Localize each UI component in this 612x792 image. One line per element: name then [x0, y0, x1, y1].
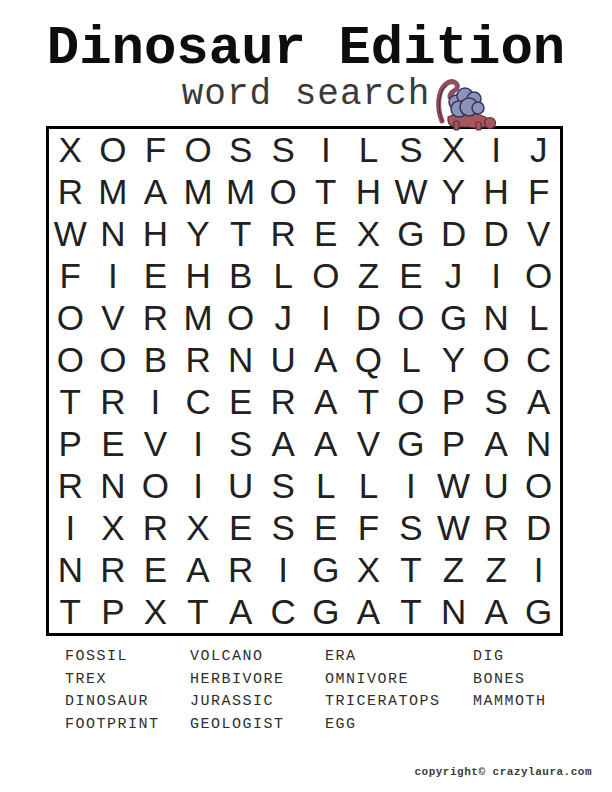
grid-cell-r7c11[interactable]: S: [475, 381, 518, 423]
grid-cell-r12c2[interactable]: P: [92, 591, 135, 633]
grid-cell-r1c11[interactable]: I: [475, 129, 518, 171]
grid-cell-r3c3[interactable]: H: [134, 213, 177, 255]
grid-cell-r2c2[interactable]: M: [92, 171, 135, 213]
grid-cell-r5c12[interactable]: L: [517, 297, 560, 339]
grid-cell-r6c12[interactable]: C: [517, 339, 560, 381]
grid-cell-r5c7[interactable]: I: [304, 297, 347, 339]
grid-cell-r1c2[interactable]: O: [92, 129, 135, 171]
grid-cell-r1c6[interactable]: S: [262, 129, 305, 171]
grid-cell-r5c1[interactable]: O: [49, 297, 92, 339]
grid-cell-r7c3[interactable]: I: [134, 381, 177, 423]
grid-cell-r9c2[interactable]: N: [92, 465, 135, 507]
grid-cell-r4c6[interactable]: L: [262, 255, 305, 297]
copyright-text: copyright© crazylaura.com: [414, 766, 592, 778]
word-item: EGG: [325, 714, 473, 737]
grid-cell-r1c4[interactable]: O: [177, 129, 220, 171]
grid-cell-r9c9[interactable]: I: [390, 465, 433, 507]
grid-cell-r5c5[interactable]: O: [219, 297, 262, 339]
grid-cell-r12c7[interactable]: G: [304, 591, 347, 633]
grid-cell-r10c10[interactable]: W: [432, 507, 475, 549]
grid-cell-r3c7[interactable]: E: [304, 213, 347, 255]
grid-cell-r5c9[interactable]: O: [390, 297, 433, 339]
grid-cell-r11c9[interactable]: T: [390, 549, 433, 591]
word-item: GEOLOGIST: [190, 714, 325, 737]
grid-cell-r7c7[interactable]: A: [304, 381, 347, 423]
word-item: DINOSAUR: [65, 691, 190, 714]
grid-cell-r1c1[interactable]: X: [49, 129, 92, 171]
grid-cell-r10c3[interactable]: R: [134, 507, 177, 549]
grid-cell-r9c4[interactable]: I: [177, 465, 220, 507]
grid-cell-r4c8[interactable]: Z: [347, 255, 390, 297]
grid-cell-r4c4[interactable]: H: [177, 255, 220, 297]
grid-cell-r5c3[interactable]: R: [134, 297, 177, 339]
grid-cell-r2c10[interactable]: Y: [432, 171, 475, 213]
grid-cell-r8c11[interactable]: A: [475, 423, 518, 465]
grid-cell-r2c9[interactable]: W: [390, 171, 433, 213]
grid-cell-r4c11[interactable]: I: [475, 255, 518, 297]
grid-cell-r2c12[interactable]: F: [517, 171, 560, 213]
grid-cell-r8c6[interactable]: A: [262, 423, 305, 465]
grid-cell-r11c1[interactable]: N: [49, 549, 92, 591]
grid-cell-r6c2[interactable]: O: [92, 339, 135, 381]
grid-cell-r11c4[interactable]: A: [177, 549, 220, 591]
grid-cell-r2c4[interactable]: M: [177, 171, 220, 213]
word-item: TREX: [65, 669, 190, 692]
grid-cell-r2c3[interactable]: A: [134, 171, 177, 213]
word-list-column-3: ERAOMNIVORETRICERATOPSEGG: [325, 646, 473, 736]
page-subtitle: word search: [0, 74, 612, 115]
grid-cell-r9c3[interactable]: O: [134, 465, 177, 507]
grid-cell-r10c2[interactable]: X: [92, 507, 135, 549]
grid-cell-r11c10[interactable]: Z: [432, 549, 475, 591]
grid-cell-r4c5[interactable]: B: [219, 255, 262, 297]
grid-cell-r8c4[interactable]: I: [177, 423, 220, 465]
page-title: Dinosaur Edition: [0, 18, 612, 79]
grid-cell-r6c7[interactable]: A: [304, 339, 347, 381]
grid-cell-r3c5[interactable]: T: [219, 213, 262, 255]
grid-cell-r4c1[interactable]: F: [49, 255, 92, 297]
grid-cell-r8c5[interactable]: S: [219, 423, 262, 465]
grid-cell-r10c5[interactable]: E: [219, 507, 262, 549]
grid-cell-r11c7[interactable]: G: [304, 549, 347, 591]
grid-cell-r7c9[interactable]: O: [390, 381, 433, 423]
grid-cell-r6c6[interactable]: U: [262, 339, 305, 381]
grid-cell-r1c7[interactable]: I: [304, 129, 347, 171]
grid-cell-r2c5[interactable]: M: [219, 171, 262, 213]
grid-cell-r3c11[interactable]: D: [475, 213, 518, 255]
grid-cell-r8c8[interactable]: V: [347, 423, 390, 465]
grid-cell-r8c12[interactable]: N: [517, 423, 560, 465]
grid-cell-r3c10[interactable]: D: [432, 213, 475, 255]
word-item: TRICERATOPS: [325, 691, 473, 714]
grid-cell-r2c8[interactable]: H: [347, 171, 390, 213]
grid-cell-r9c11[interactable]: U: [475, 465, 518, 507]
word-item: ERA: [325, 646, 473, 669]
grid-cell-r6c4[interactable]: R: [177, 339, 220, 381]
word-item: DIG: [473, 646, 547, 669]
word-list: FOSSILTREXDINOSAURFOOTPRINTVOLCANOHERBIV…: [65, 646, 547, 736]
grid-cell-r1c10[interactable]: X: [432, 129, 475, 171]
word-search-grid: XOFOSSILSXIJRMAMMOTHWYHFWNHYTREXGDDVFIEH…: [46, 126, 563, 636]
grid-cell-r5c10[interactable]: G: [432, 297, 475, 339]
grid-cell-r1c3[interactable]: F: [134, 129, 177, 171]
word-item: VOLCANO: [190, 646, 325, 669]
grid-cell-r1c12[interactable]: J: [517, 129, 560, 171]
grid-cell-r10c9[interactable]: S: [390, 507, 433, 549]
grid-cell-r8c3[interactable]: V: [134, 423, 177, 465]
grid-cell-r5c6[interactable]: J: [262, 297, 305, 339]
grid-cell-r11c6[interactable]: I: [262, 549, 305, 591]
grid-cell-r9c12[interactable]: O: [517, 465, 560, 507]
word-item: HERBIVORE: [190, 669, 325, 692]
grid-cell-r7c12[interactable]: A: [517, 381, 560, 423]
grid-cell-r10c6[interactable]: S: [262, 507, 305, 549]
grid-cell-r12c8[interactable]: A: [347, 591, 390, 633]
grid-cell-r5c4[interactable]: M: [177, 297, 220, 339]
grid-cell-r8c9[interactable]: G: [390, 423, 433, 465]
grid-cell-r10c11[interactable]: R: [475, 507, 518, 549]
grid-cell-r10c1[interactable]: I: [49, 507, 92, 549]
grid-cell-r11c12[interactable]: I: [517, 549, 560, 591]
grid-cell-r7c4[interactable]: C: [177, 381, 220, 423]
word-item: JURASSIC: [190, 691, 325, 714]
grid-cell-r5c2[interactable]: V: [92, 297, 135, 339]
grid-cell-r6c11[interactable]: O: [475, 339, 518, 381]
grid-cell-r6c3[interactable]: B: [134, 339, 177, 381]
grid-cell-r5c11[interactable]: N: [475, 297, 518, 339]
word-item: FOSSIL: [65, 646, 190, 669]
grid-cell-r9c6[interactable]: S: [262, 465, 305, 507]
grid-cell-r11c8[interactable]: X: [347, 549, 390, 591]
grid-cell-r11c11[interactable]: Z: [475, 549, 518, 591]
grid-cell-r12c3[interactable]: X: [134, 591, 177, 633]
grid-cell-r2c7[interactable]: T: [304, 171, 347, 213]
grid-cell-r11c5[interactable]: R: [219, 549, 262, 591]
grid-cell-r3c9[interactable]: G: [390, 213, 433, 255]
grid-cell-r6c9[interactable]: L: [390, 339, 433, 381]
grid-cell-r7c1[interactable]: T: [49, 381, 92, 423]
word-item: FOOTPRINT: [65, 714, 190, 737]
dinosaur-icon: [426, 77, 498, 131]
grid-cell-r9c8[interactable]: L: [347, 465, 390, 507]
grid-cell-r7c2[interactable]: R: [92, 381, 135, 423]
grid-cell-r11c3[interactable]: E: [134, 549, 177, 591]
word-item: BONES: [473, 669, 547, 692]
word-list-column-2: VOLCANOHERBIVOREJURASSICGEOLOGIST: [190, 646, 325, 736]
grid-cell-r7c5[interactable]: E: [219, 381, 262, 423]
grid-cell-r10c12[interactable]: D: [517, 507, 560, 549]
grid-cell-r8c10[interactable]: P: [432, 423, 475, 465]
grid-cell-r8c1[interactable]: P: [49, 423, 92, 465]
grid-cell-r3c6[interactable]: R: [262, 213, 305, 255]
grid-cell-r6c8[interactable]: Q: [347, 339, 390, 381]
grid-cell-r9c7[interactable]: L: [304, 465, 347, 507]
grid-cell-r4c10[interactable]: J: [432, 255, 475, 297]
grid-cell-r9c5[interactable]: U: [219, 465, 262, 507]
grid-cell-r12c1[interactable]: T: [49, 591, 92, 633]
grid-cell-r9c10[interactable]: W: [432, 465, 475, 507]
grid-cell-r12c12[interactable]: G: [517, 591, 560, 633]
grid-cell-r12c11[interactable]: A: [475, 591, 518, 633]
grid-cell-r4c12[interactable]: O: [517, 255, 560, 297]
grid-cell-r4c9[interactable]: E: [390, 255, 433, 297]
grid-cell-r12c5[interactable]: A: [219, 591, 262, 633]
grid-cell-r7c10[interactable]: P: [432, 381, 475, 423]
grid-cell-r10c4[interactable]: X: [177, 507, 220, 549]
grid-cell-r6c1[interactable]: O: [49, 339, 92, 381]
grid-cell-r3c1[interactable]: W: [49, 213, 92, 255]
grid-cell-r5c8[interactable]: D: [347, 297, 390, 339]
grid-cell-r3c8[interactable]: X: [347, 213, 390, 255]
grid-cell-r10c7[interactable]: E: [304, 507, 347, 549]
grid-cell-r7c6[interactable]: R: [262, 381, 305, 423]
word-item: MAMMOTH: [473, 691, 547, 714]
grid-cell-r8c7[interactable]: A: [304, 423, 347, 465]
grid-cell-r2c1[interactable]: R: [49, 171, 92, 213]
grid-cell-r6c10[interactable]: Y: [432, 339, 475, 381]
word-item: OMNIVORE: [325, 669, 473, 692]
grid-cell-r8c2[interactable]: E: [92, 423, 135, 465]
grid-cell-r1c8[interactable]: L: [347, 129, 390, 171]
grid-cell-r6c5[interactable]: N: [219, 339, 262, 381]
grid-cell-r1c9[interactable]: S: [390, 129, 433, 171]
grid-cell-r4c2[interactable]: I: [92, 255, 135, 297]
grid-cell-r3c4[interactable]: Y: [177, 213, 220, 255]
word-list-column-4: DIGBONESMAMMOTH: [473, 646, 547, 736]
grid-cell-r12c6[interactable]: C: [262, 591, 305, 633]
grid-cell-r2c11[interactable]: H: [475, 171, 518, 213]
grid-cell-r12c4[interactable]: T: [177, 591, 220, 633]
grid-cell-r3c12[interactable]: V: [517, 213, 560, 255]
grid-cell-r11c2[interactable]: R: [92, 549, 135, 591]
grid-cell-r10c8[interactable]: F: [347, 507, 390, 549]
grid-cell-r9c1[interactable]: R: [49, 465, 92, 507]
grid-cell-r2c6[interactable]: O: [262, 171, 305, 213]
grid-cell-r12c10[interactable]: N: [432, 591, 475, 633]
word-list-column-1: FOSSILTREXDINOSAURFOOTPRINT: [65, 646, 190, 736]
grid-cell-r3c2[interactable]: N: [92, 213, 135, 255]
grid-cell-r1c5[interactable]: S: [219, 129, 262, 171]
grid-cell-r4c7[interactable]: O: [304, 255, 347, 297]
grid-cell-r12c9[interactable]: T: [390, 591, 433, 633]
grid-cell-r4c3[interactable]: E: [134, 255, 177, 297]
grid-cell-r7c8[interactable]: T: [347, 381, 390, 423]
